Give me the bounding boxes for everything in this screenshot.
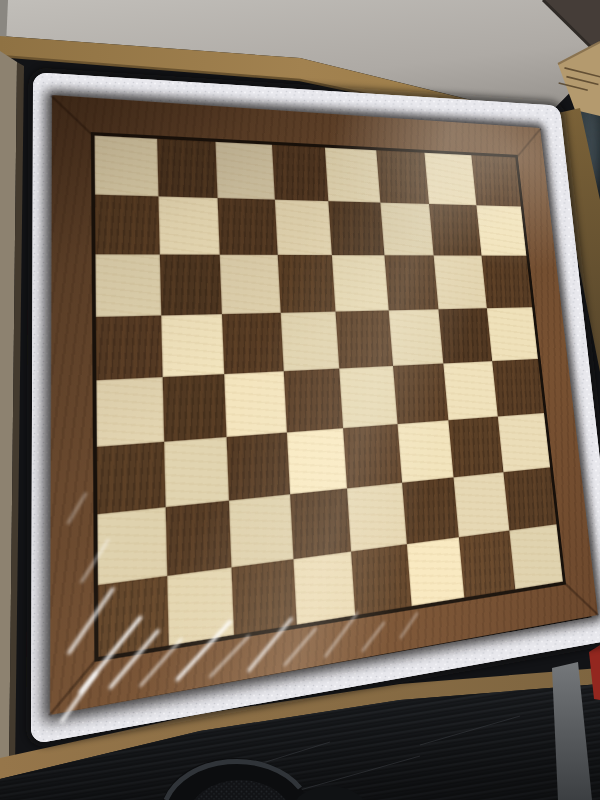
square-b8 [157,139,218,198]
square-g7 [429,203,481,255]
square-b5 [161,314,225,378]
square-h6 [481,256,532,308]
frame-miter-seam [48,656,98,715]
square-b7 [158,196,220,255]
square-b1 [167,567,234,646]
square-b6 [159,255,222,315]
square-g8 [424,153,475,205]
square-c2 [229,494,293,566]
frame-miter-seam [51,95,95,137]
square-c5 [222,312,283,374]
square-f4 [393,363,449,423]
square-f3 [397,420,454,483]
glare-streak [66,492,87,525]
square-c7 [218,198,278,255]
square-d6 [277,255,335,312]
square-b2 [165,501,231,576]
square-g1 [459,530,515,598]
square-b4 [162,374,227,441]
square-c6 [220,255,280,314]
square-g5 [438,308,491,364]
square-c4 [224,371,286,436]
square-h8 [471,155,521,206]
square-e7 [328,201,384,256]
glare-streak [283,627,317,667]
frame-miter-seam [563,580,599,615]
square-a5 [96,315,162,380]
square-e4 [339,366,397,428]
square-d8 [271,145,328,201]
square-a1 [98,575,168,657]
square-g4 [443,361,497,420]
square-d4 [283,369,343,432]
frame-miter-seam [515,128,541,158]
square-d5 [280,311,339,371]
square-a6 [95,254,160,316]
square-e1 [351,544,411,616]
square-h7 [476,205,526,256]
square-e3 [343,424,402,489]
board-grid [95,136,563,657]
square-f5 [388,309,443,366]
square-g6 [434,255,487,308]
scene [0,0,600,800]
square-e6 [332,255,388,311]
square-h3 [497,412,550,472]
square-f7 [380,202,434,255]
square-e8 [325,148,380,202]
glare-streak [361,621,385,652]
square-a8 [95,136,158,196]
square-h2 [503,467,556,530]
square-a2 [97,507,166,584]
glare-streak [399,612,418,639]
square-f6 [384,255,438,310]
square-c8 [215,142,274,199]
square-c3 [227,432,290,501]
square-f2 [402,477,459,543]
chess-board [50,95,598,715]
square-g3 [448,416,503,477]
square-g2 [454,472,509,536]
square-a3 [97,441,165,514]
square-d3 [286,428,347,495]
square-b3 [163,436,228,507]
square-f8 [376,150,429,203]
square-a4 [96,377,163,446]
square-h4 [492,359,544,416]
square-f1 [406,537,464,607]
square-d7 [274,199,332,255]
square-h5 [486,307,538,361]
square-c1 [231,559,296,635]
square-e2 [347,483,406,551]
square-d1 [293,551,355,625]
square-e5 [335,310,392,369]
square-h1 [509,524,563,590]
square-a7 [95,194,159,254]
square-d2 [290,488,352,558]
